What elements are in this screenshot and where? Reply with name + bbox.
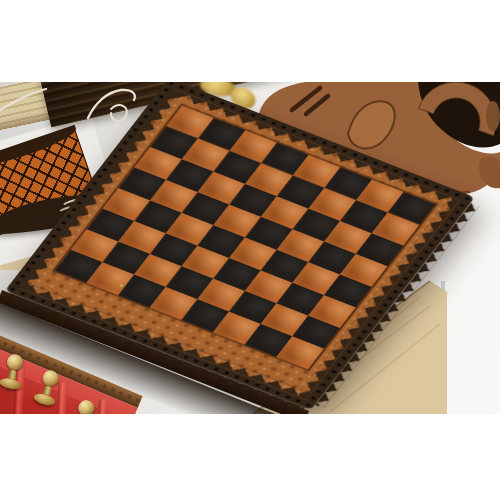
pawn-knob: [77, 399, 95, 414]
pawn-knob: [5, 353, 24, 372]
photo-of-chess-set: [0, 82, 500, 414]
pawn-neck: [7, 369, 18, 380]
pawn-knob: [41, 368, 61, 388]
brass-pawn-3: [70, 398, 101, 414]
debris-speck: [120, 284, 123, 287]
